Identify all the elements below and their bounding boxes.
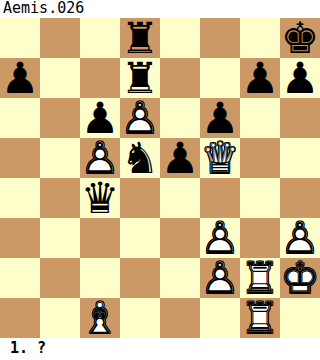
square-a8[interactable]: [0, 18, 40, 58]
piece-outline-glyph: ♙: [120, 98, 160, 138]
piece-outline-glyph: ♗: [80, 298, 120, 338]
square-b7[interactable]: [40, 58, 80, 98]
black-rook-piece[interactable]: ♜: [120, 18, 160, 58]
white-pawn-piece[interactable]: ♟♙: [80, 138, 120, 178]
square-a1[interactable]: [0, 298, 40, 338]
square-c6[interactable]: ♟: [80, 98, 120, 138]
chess-board: ♜♚♟♜♟♟♟♟♙♟♟♙♞♟♛♕♛♟♙♟♙♟♙♜♖♚♔♝♗♜♖: [0, 18, 320, 338]
square-a6[interactable]: [0, 98, 40, 138]
white-pawn-piece[interactable]: ♟♙: [200, 218, 240, 258]
square-b8[interactable]: [40, 18, 80, 58]
square-h4[interactable]: [280, 178, 320, 218]
square-f6[interactable]: ♟: [200, 98, 240, 138]
square-h5[interactable]: [280, 138, 320, 178]
square-g4[interactable]: [240, 178, 280, 218]
black-pawn-piece[interactable]: ♟: [160, 138, 200, 178]
square-g5[interactable]: [240, 138, 280, 178]
square-c8[interactable]: [80, 18, 120, 58]
piece-outline-glyph: ♙: [280, 218, 320, 258]
square-a7[interactable]: ♟: [0, 58, 40, 98]
square-e6[interactable]: [160, 98, 200, 138]
square-g2[interactable]: ♜♖: [240, 258, 280, 298]
black-pawn-piece[interactable]: ♟: [0, 58, 40, 98]
piece-outline-glyph: ♙: [200, 218, 240, 258]
square-d6[interactable]: ♟♙: [120, 98, 160, 138]
square-c5[interactable]: ♟♙: [80, 138, 120, 178]
square-h7[interactable]: ♟: [280, 58, 320, 98]
square-f1[interactable]: [200, 298, 240, 338]
square-g1[interactable]: ♜♖: [240, 298, 280, 338]
square-g3[interactable]: [240, 218, 280, 258]
puzzle-title: Aemis.026: [0, 0, 320, 18]
piece-outline-glyph: ♔: [280, 258, 320, 298]
white-pawn-piece[interactable]: ♟♙: [280, 218, 320, 258]
square-e7[interactable]: [160, 58, 200, 98]
square-a4[interactable]: [0, 178, 40, 218]
square-b2[interactable]: [40, 258, 80, 298]
piece-outline-glyph: ♙: [80, 138, 120, 178]
square-d5[interactable]: ♞: [120, 138, 160, 178]
square-f3[interactable]: ♟♙: [200, 218, 240, 258]
square-g8[interactable]: [240, 18, 280, 58]
white-pawn-piece[interactable]: ♟♙: [200, 258, 240, 298]
chess-diagram-window: Aemis.026 ♜♚♟♜♟♟♟♟♙♟♟♙♞♟♛♕♛♟♙♟♙♟♙♜♖♚♔♝♗♜…: [0, 0, 320, 360]
square-h1[interactable]: [280, 298, 320, 338]
square-b3[interactable]: [40, 218, 80, 258]
square-d3[interactable]: [120, 218, 160, 258]
square-f7[interactable]: [200, 58, 240, 98]
black-pawn-piece[interactable]: ♟: [280, 58, 320, 98]
square-c1[interactable]: ♝♗: [80, 298, 120, 338]
square-e2[interactable]: [160, 258, 200, 298]
white-queen-piece[interactable]: ♛♕: [200, 138, 240, 178]
square-e4[interactable]: [160, 178, 200, 218]
white-pawn-piece[interactable]: ♟♙: [120, 98, 160, 138]
square-b5[interactable]: [40, 138, 80, 178]
square-e1[interactable]: [160, 298, 200, 338]
square-c3[interactable]: [80, 218, 120, 258]
black-rook-piece[interactable]: ♜: [120, 58, 160, 98]
piece-outline-glyph: ♖: [240, 258, 280, 298]
square-h3[interactable]: ♟♙: [280, 218, 320, 258]
square-a3[interactable]: [0, 218, 40, 258]
square-f8[interactable]: [200, 18, 240, 58]
square-f5[interactable]: ♛♕: [200, 138, 240, 178]
square-b4[interactable]: [40, 178, 80, 218]
black-pawn-piece[interactable]: ♟: [80, 98, 120, 138]
square-c7[interactable]: [80, 58, 120, 98]
square-h6[interactable]: [280, 98, 320, 138]
square-a5[interactable]: [0, 138, 40, 178]
square-e3[interactable]: [160, 218, 200, 258]
square-e5[interactable]: ♟: [160, 138, 200, 178]
black-pawn-piece[interactable]: ♟: [240, 58, 280, 98]
square-g7[interactable]: ♟: [240, 58, 280, 98]
square-h8[interactable]: ♚: [280, 18, 320, 58]
square-h2[interactable]: ♚♔: [280, 258, 320, 298]
square-d2[interactable]: [120, 258, 160, 298]
square-d1[interactable]: [120, 298, 160, 338]
square-e8[interactable]: [160, 18, 200, 58]
square-d4[interactable]: [120, 178, 160, 218]
piece-outline-glyph: ♙: [200, 258, 240, 298]
black-pawn-piece[interactable]: ♟: [200, 98, 240, 138]
white-rook-piece[interactable]: ♜♖: [240, 258, 280, 298]
square-d7[interactable]: ♜: [120, 58, 160, 98]
white-rook-piece[interactable]: ♜♖: [240, 298, 280, 338]
square-g6[interactable]: [240, 98, 280, 138]
square-d8[interactable]: ♜: [120, 18, 160, 58]
piece-outline-glyph: ♖: [240, 298, 280, 338]
square-c4[interactable]: ♛: [80, 178, 120, 218]
square-f4[interactable]: [200, 178, 240, 218]
square-c2[interactable]: [80, 258, 120, 298]
square-a2[interactable]: [0, 258, 40, 298]
black-knight-piece[interactable]: ♞: [120, 138, 160, 178]
black-queen-piece[interactable]: ♛: [80, 178, 120, 218]
square-f2[interactable]: ♟♙: [200, 258, 240, 298]
black-king-piece[interactable]: ♚: [280, 18, 320, 58]
piece-outline-glyph: ♕: [200, 138, 240, 178]
white-king-piece[interactable]: ♚♔: [280, 258, 320, 298]
white-bishop-piece[interactable]: ♝♗: [80, 298, 120, 338]
square-b6[interactable]: [40, 98, 80, 138]
square-b1[interactable]: [40, 298, 80, 338]
